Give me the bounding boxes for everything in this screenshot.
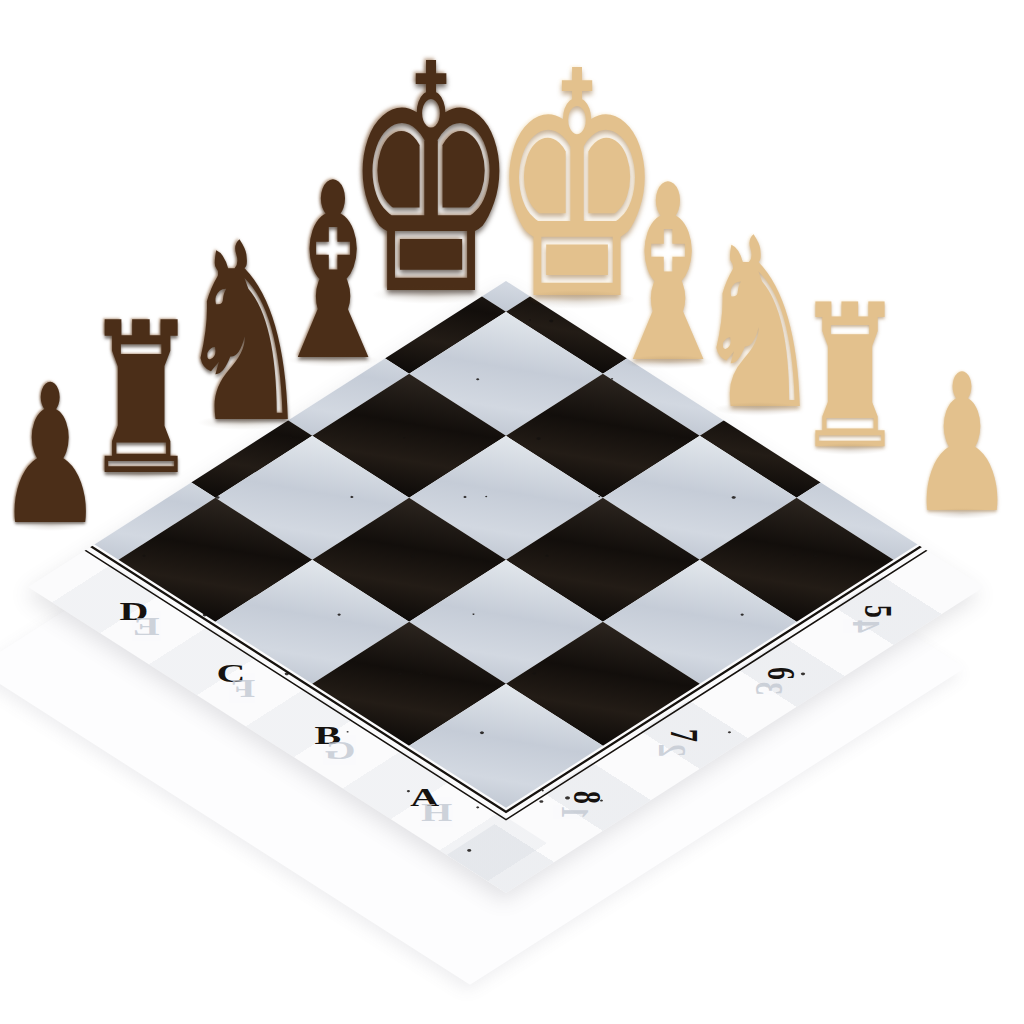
ghost-rank-label-3: 3: [739, 669, 799, 707]
ghost-file-label-h: H: [407, 793, 467, 831]
ghost-rank-label-4: 4: [836, 607, 896, 645]
ghost-file-label-f: F: [213, 669, 273, 707]
print-speckle: [542, 790, 544, 791]
ghost-file-label-g: G: [310, 731, 370, 769]
light-rook: ♜: [795, 279, 905, 477]
ghost-rank-label-2: 2: [642, 731, 702, 769]
light-pawn: ♟: [909, 350, 1015, 540]
product-photo: D C B A E F G H 8 7 6 5 1 2 3 4 ♟ ♜ ♞ ♝ …: [0, 0, 1024, 1024]
print-speckle: [284, 672, 289, 675]
ghost-rank-label-1: 1: [545, 793, 605, 831]
ghost-file-label-e: E: [116, 607, 176, 645]
